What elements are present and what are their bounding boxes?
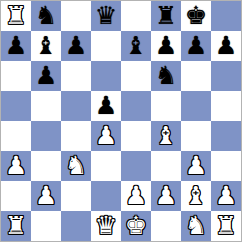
black-pawn[interactable]: ♟ [5, 31, 27, 61]
square-g7[interactable]: ♟ [181, 31, 211, 61]
square-d3[interactable] [91, 151, 121, 181]
black-pawn[interactable]: ♟ [215, 31, 237, 61]
square-d5[interactable]: ♟ [91, 91, 121, 121]
square-h8[interactable] [211, 1, 241, 31]
black-pawn[interactable]: ♟ [95, 91, 117, 121]
square-b8[interactable]: ♞ [31, 1, 61, 31]
square-d1[interactable]: ♛ [91, 211, 121, 241]
white-knight[interactable]: ♞ [65, 151, 87, 181]
square-c4[interactable] [61, 121, 91, 151]
square-c1[interactable] [61, 211, 91, 241]
square-h6[interactable] [211, 61, 241, 91]
square-g3[interactable]: ♟ [181, 151, 211, 181]
square-a2[interactable] [1, 181, 31, 211]
white-pawn[interactable]: ♟ [35, 181, 57, 211]
square-e5[interactable] [121, 91, 151, 121]
square-d6[interactable] [91, 61, 121, 91]
square-e2[interactable]: ♟ [121, 181, 151, 211]
white-bishop[interactable]: ♝ [185, 181, 207, 211]
chess-board-frame: ♜♞♛♜♚♟♝♟♝♟♟♟♟♞♟♟♝♟♞♟♟♟♟♝♟♜♛♚♞♜ [0, 0, 242, 242]
square-h1[interactable]: ♜ [211, 211, 241, 241]
square-g5[interactable] [181, 91, 211, 121]
square-h2[interactable]: ♟ [211, 181, 241, 211]
square-b6[interactable]: ♟ [31, 61, 61, 91]
square-f1[interactable] [151, 211, 181, 241]
square-e1[interactable]: ♚ [121, 211, 151, 241]
square-h4[interactable] [211, 121, 241, 151]
white-rook[interactable]: ♜ [5, 211, 27, 241]
white-pawn[interactable]: ♟ [95, 121, 117, 151]
square-b2[interactable]: ♟ [31, 181, 61, 211]
square-a6[interactable] [1, 61, 31, 91]
white-king[interactable]: ♚ [125, 211, 147, 241]
square-d4[interactable]: ♟ [91, 121, 121, 151]
square-b3[interactable] [31, 151, 61, 181]
black-pawn[interactable]: ♟ [65, 31, 87, 61]
white-rook[interactable]: ♜ [5, 1, 27, 31]
white-pawn[interactable]: ♟ [185, 151, 207, 181]
square-h5[interactable] [211, 91, 241, 121]
square-g2[interactable]: ♝ [181, 181, 211, 211]
square-b1[interactable] [31, 211, 61, 241]
square-f6[interactable]: ♞ [151, 61, 181, 91]
black-bishop[interactable]: ♝ [35, 31, 57, 61]
square-f2[interactable]: ♟ [151, 181, 181, 211]
square-d8[interactable]: ♛ [91, 1, 121, 31]
square-c5[interactable] [61, 91, 91, 121]
square-c6[interactable] [61, 61, 91, 91]
square-b4[interactable] [31, 121, 61, 151]
square-e3[interactable] [121, 151, 151, 181]
square-f4[interactable]: ♝ [151, 121, 181, 151]
black-pawn[interactable]: ♟ [155, 31, 177, 61]
white-pawn[interactable]: ♟ [155, 181, 177, 211]
square-h3[interactable] [211, 151, 241, 181]
square-e6[interactable] [121, 61, 151, 91]
square-c8[interactable] [61, 1, 91, 31]
black-knight[interactable]: ♞ [35, 1, 57, 31]
square-g8[interactable]: ♚ [181, 1, 211, 31]
white-rook[interactable]: ♜ [215, 211, 237, 241]
square-a8[interactable]: ♜ [1, 1, 31, 31]
square-f5[interactable] [151, 91, 181, 121]
square-e8[interactable] [121, 1, 151, 31]
square-g1[interactable]: ♞ [181, 211, 211, 241]
black-pawn[interactable]: ♟ [35, 61, 57, 91]
square-e4[interactable] [121, 121, 151, 151]
black-king[interactable]: ♚ [185, 1, 207, 31]
square-c2[interactable] [61, 181, 91, 211]
white-knight[interactable]: ♞ [185, 211, 207, 241]
white-queen[interactable]: ♛ [95, 211, 117, 241]
white-pawn[interactable]: ♟ [5, 151, 27, 181]
square-b7[interactable]: ♝ [31, 31, 61, 61]
black-queen[interactable]: ♛ [95, 1, 117, 31]
square-a3[interactable]: ♟ [1, 151, 31, 181]
square-c7[interactable]: ♟ [61, 31, 91, 61]
square-h7[interactable]: ♟ [211, 31, 241, 61]
square-a5[interactable] [1, 91, 31, 121]
white-pawn[interactable]: ♟ [125, 181, 147, 211]
white-pawn[interactable]: ♟ [215, 181, 237, 211]
square-e7[interactable]: ♝ [121, 31, 151, 61]
square-f7[interactable]: ♟ [151, 31, 181, 61]
square-g4[interactable] [181, 121, 211, 151]
square-f8[interactable]: ♜ [151, 1, 181, 31]
square-g6[interactable] [181, 61, 211, 91]
square-a7[interactable]: ♟ [1, 31, 31, 61]
square-d2[interactable] [91, 181, 121, 211]
square-d7[interactable] [91, 31, 121, 61]
white-bishop[interactable]: ♝ [155, 121, 177, 151]
black-bishop[interactable]: ♝ [125, 31, 147, 61]
square-a4[interactable] [1, 121, 31, 151]
black-knight[interactable]: ♞ [155, 61, 177, 91]
black-rook[interactable]: ♜ [155, 1, 177, 31]
chess-board: ♜♞♛♜♚♟♝♟♝♟♟♟♟♞♟♟♝♟♞♟♟♟♟♝♟♜♛♚♞♜ [1, 1, 241, 241]
square-a1[interactable]: ♜ [1, 211, 31, 241]
square-c3[interactable]: ♞ [61, 151, 91, 181]
square-f3[interactable] [151, 151, 181, 181]
black-pawn[interactable]: ♟ [185, 31, 207, 61]
square-b5[interactable] [31, 91, 61, 121]
